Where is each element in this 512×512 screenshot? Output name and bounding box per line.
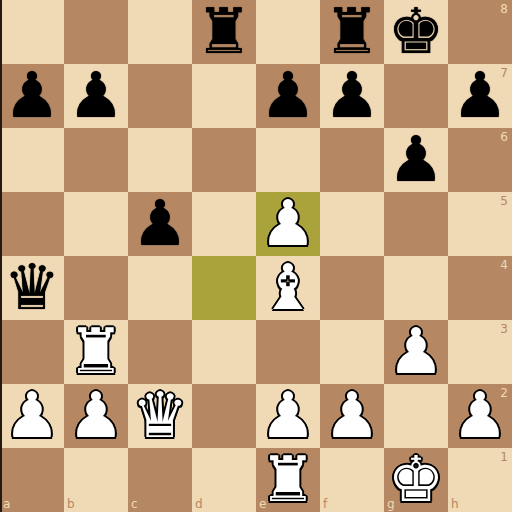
- white-pawn-b2[interactable]: ♟: [68, 384, 124, 448]
- white-pawn-e2[interactable]: ♟: [260, 384, 316, 448]
- black-pawn-b7[interactable]: ♟: [68, 64, 124, 128]
- white-bishop-e4[interactable]: ♝: [260, 256, 316, 320]
- square-c4[interactable]: [128, 256, 192, 320]
- square-g3[interactable]: ♟: [384, 320, 448, 384]
- white-rook-e1[interactable]: ♜: [260, 448, 316, 512]
- square-a4[interactable]: ♛: [0, 256, 64, 320]
- black-pawn-e7[interactable]: ♟: [260, 64, 316, 128]
- square-a5[interactable]: [0, 192, 64, 256]
- square-b2[interactable]: ♟: [64, 384, 128, 448]
- square-b1[interactable]: b: [64, 448, 128, 512]
- square-g1[interactable]: g♚: [384, 448, 448, 512]
- square-f3[interactable]: [320, 320, 384, 384]
- square-d6[interactable]: [192, 128, 256, 192]
- square-h2[interactable]: 2♟: [448, 384, 512, 448]
- square-h5[interactable]: 5: [448, 192, 512, 256]
- square-a6[interactable]: [0, 128, 64, 192]
- square-a3[interactable]: [0, 320, 64, 384]
- square-g2[interactable]: [384, 384, 448, 448]
- white-rook-b3[interactable]: ♜: [68, 320, 124, 384]
- black-pawn-h7[interactable]: ♟: [452, 64, 508, 128]
- white-pawn-e5[interactable]: ♟: [260, 192, 316, 256]
- square-e7[interactable]: ♟: [256, 64, 320, 128]
- square-f4[interactable]: [320, 256, 384, 320]
- square-d3[interactable]: [192, 320, 256, 384]
- square-g5[interactable]: [384, 192, 448, 256]
- white-queen-c2[interactable]: ♛: [132, 384, 188, 448]
- white-pawn-f2[interactable]: ♟: [324, 384, 380, 448]
- black-king-g8[interactable]: ♚: [388, 0, 444, 64]
- file-label-h: h: [451, 497, 459, 511]
- black-pawn-f7[interactable]: ♟: [324, 64, 380, 128]
- square-f6[interactable]: [320, 128, 384, 192]
- square-e3[interactable]: [256, 320, 320, 384]
- window-edge-line: [0, 0, 2, 512]
- square-a1[interactable]: a: [0, 448, 64, 512]
- black-pawn-c5[interactable]: ♟: [132, 192, 188, 256]
- black-rook-f8[interactable]: ♜: [324, 0, 380, 64]
- rank-label-4: 4: [500, 258, 508, 272]
- square-a7[interactable]: ♟: [0, 64, 64, 128]
- black-queen-a4[interactable]: ♛: [4, 256, 60, 320]
- square-b5[interactable]: [64, 192, 128, 256]
- square-g8[interactable]: ♚: [384, 0, 448, 64]
- square-d5[interactable]: [192, 192, 256, 256]
- square-b3[interactable]: ♜: [64, 320, 128, 384]
- file-label-c: c: [131, 497, 138, 511]
- square-f1[interactable]: f: [320, 448, 384, 512]
- white-pawn-g3[interactable]: ♟: [388, 320, 444, 384]
- file-label-a: a: [3, 497, 10, 511]
- square-d1[interactable]: d: [192, 448, 256, 512]
- square-d4[interactable]: [192, 256, 256, 320]
- square-c6[interactable]: [128, 128, 192, 192]
- white-king-g1[interactable]: ♚: [388, 448, 444, 512]
- black-pawn-g6[interactable]: ♟: [388, 128, 444, 192]
- file-label-f: f: [323, 497, 327, 511]
- square-c5[interactable]: ♟: [128, 192, 192, 256]
- square-d2[interactable]: [192, 384, 256, 448]
- square-e1[interactable]: e♜: [256, 448, 320, 512]
- square-c1[interactable]: c: [128, 448, 192, 512]
- square-b4[interactable]: [64, 256, 128, 320]
- square-c8[interactable]: [128, 0, 192, 64]
- file-label-b: b: [67, 497, 75, 511]
- square-c3[interactable]: [128, 320, 192, 384]
- rank-label-3: 3: [500, 322, 508, 336]
- square-f8[interactable]: ♜: [320, 0, 384, 64]
- square-a8[interactable]: [0, 0, 64, 64]
- black-pawn-a7[interactable]: ♟: [4, 64, 60, 128]
- square-g6[interactable]: ♟: [384, 128, 448, 192]
- square-c2[interactable]: ♛: [128, 384, 192, 448]
- file-label-d: d: [195, 497, 203, 511]
- square-h3[interactable]: 3: [448, 320, 512, 384]
- square-g4[interactable]: [384, 256, 448, 320]
- square-g7[interactable]: [384, 64, 448, 128]
- square-e5[interactable]: ♟: [256, 192, 320, 256]
- square-h4[interactable]: 4: [448, 256, 512, 320]
- square-e2[interactable]: ♟: [256, 384, 320, 448]
- square-f5[interactable]: [320, 192, 384, 256]
- rank-label-1: 1: [500, 450, 508, 464]
- square-e6[interactable]: [256, 128, 320, 192]
- rank-label-6: 6: [500, 130, 508, 144]
- square-a2[interactable]: ♟: [0, 384, 64, 448]
- square-h7[interactable]: 7♟: [448, 64, 512, 128]
- chess-board-wrapper: ♜♜♚8♟♟♟♟7♟♟6♟♟5♛♝4♜♟3♟♟♛♟♟2♟abcde♜fg♚1h: [0, 0, 512, 512]
- square-d7[interactable]: [192, 64, 256, 128]
- square-f2[interactable]: ♟: [320, 384, 384, 448]
- square-h1[interactable]: 1h: [448, 448, 512, 512]
- white-pawn-h2[interactable]: ♟: [452, 384, 508, 448]
- square-b8[interactable]: [64, 0, 128, 64]
- square-f7[interactable]: ♟: [320, 64, 384, 128]
- square-b7[interactable]: ♟: [64, 64, 128, 128]
- square-h6[interactable]: 6: [448, 128, 512, 192]
- square-d8[interactable]: ♜: [192, 0, 256, 64]
- black-rook-d8[interactable]: ♜: [196, 0, 252, 64]
- square-e8[interactable]: [256, 0, 320, 64]
- rank-label-8: 8: [500, 2, 508, 16]
- square-b6[interactable]: [64, 128, 128, 192]
- square-c7[interactable]: [128, 64, 192, 128]
- chess-board[interactable]: ♜♜♚8♟♟♟♟7♟♟6♟♟5♛♝4♜♟3♟♟♛♟♟2♟abcde♜fg♚1h: [0, 0, 512, 512]
- square-e4[interactable]: ♝: [256, 256, 320, 320]
- square-h8[interactable]: 8: [448, 0, 512, 64]
- rank-label-5: 5: [500, 194, 508, 208]
- white-pawn-a2[interactable]: ♟: [4, 384, 60, 448]
